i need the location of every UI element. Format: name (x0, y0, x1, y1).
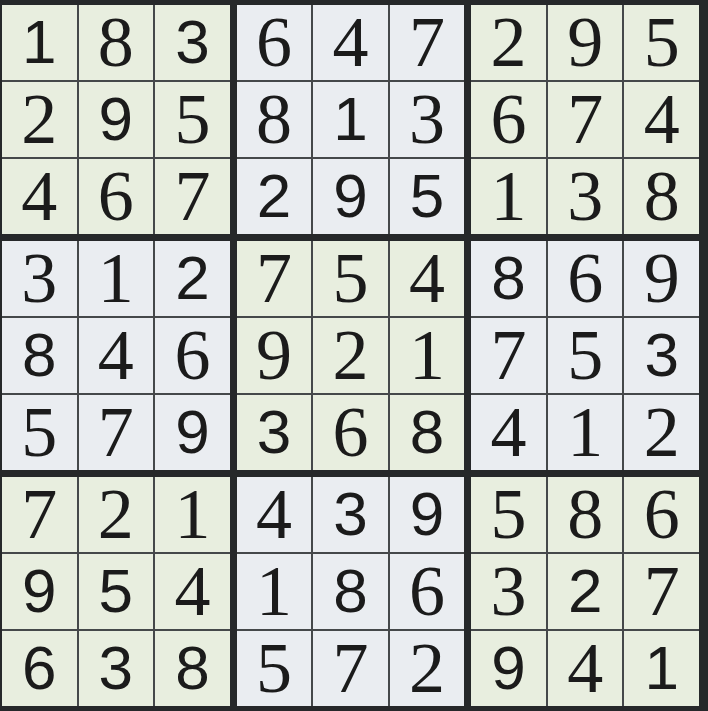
cell-r1c7-solution: 2 (471, 5, 546, 80)
cell-r2c8-solution: 7 (548, 82, 623, 157)
cell-r4c2-solution: 1 (79, 241, 154, 316)
cell-r9c3-given: 8 (155, 631, 230, 706)
cell-r7c9-solution: 6 (624, 477, 699, 552)
cell-r7c1-solution: 7 (2, 477, 77, 552)
cell-r9c9-given: 1 (624, 631, 699, 706)
cell-digit: 7 (491, 319, 527, 391)
cell-r8c4-solution: 1 (237, 554, 312, 629)
cell-digit: 6 (332, 396, 368, 468)
cell-r4c6-solution: 4 (390, 241, 465, 316)
cell-r6c7-solution: 4 (471, 395, 546, 470)
cell-digit: 3 (99, 637, 133, 699)
cell-digit: 9 (567, 6, 603, 78)
scanned-sudoku-page: 1832954676478132952956741383128465797549… (0, 0, 708, 711)
cell-digit: 2 (409, 632, 445, 704)
cell-r8c7-solution: 3 (471, 554, 546, 629)
cell-digit: 9 (175, 401, 209, 463)
cell-digit: 1 (409, 319, 445, 391)
cell-digit: 7 (98, 396, 134, 468)
cell-r2c6-solution: 3 (390, 82, 465, 157)
cell-r5c9-given: 3 (624, 318, 699, 393)
cell-r7c5-given: 3 (313, 477, 388, 552)
cell-digit: 2 (98, 478, 134, 550)
cell-digit: 4 (332, 6, 368, 78)
cell-digit: 1 (491, 160, 527, 232)
cell-digit: 6 (174, 319, 210, 391)
cell-digit: 1 (567, 396, 603, 468)
cell-digit: 3 (644, 324, 678, 386)
cell-digit: 4 (98, 319, 134, 391)
cell-r4c8-solution: 6 (548, 241, 623, 316)
cell-r2c7-solution: 6 (471, 82, 546, 157)
cell-r5c6-solution: 1 (390, 318, 465, 393)
cell-digit: 7 (332, 632, 368, 704)
block-r1c1: 183295467 (2, 5, 230, 234)
cell-digit: 4 (256, 478, 292, 550)
cell-r6c1-solution: 5 (2, 395, 77, 470)
block-r3c3: 586327941 (471, 477, 699, 706)
cell-digit: 6 (491, 83, 527, 155)
cell-r3c7-solution: 1 (471, 159, 546, 234)
cell-digit: 7 (256, 242, 292, 314)
sudoku-board: 1832954676478132952956741383128465797549… (2, 5, 699, 706)
cell-r9c7-given: 9 (471, 631, 546, 706)
cell-digit: 1 (98, 242, 134, 314)
cell-r7c7-solution: 5 (471, 477, 546, 552)
cell-digit: 8 (410, 401, 444, 463)
cell-r3c2-solution: 6 (79, 159, 154, 234)
block-r2c2: 754921368 (237, 241, 465, 470)
cell-r2c1-solution: 2 (2, 82, 77, 157)
cell-r3c3-solution: 7 (155, 159, 230, 234)
cell-r8c8-given: 2 (548, 554, 623, 629)
cell-r5c4-solution: 9 (237, 318, 312, 393)
cell-digit: 5 (491, 478, 527, 550)
cell-r6c4-given: 3 (237, 395, 312, 470)
cell-r5c2-solution: 4 (79, 318, 154, 393)
cell-r1c6-solution: 7 (390, 5, 465, 80)
cell-r8c5-given: 8 (313, 554, 388, 629)
cell-digit: 2 (491, 6, 527, 78)
cell-r1c9-solution: 5 (624, 5, 699, 80)
cell-digit: 8 (175, 637, 209, 699)
cell-r8c3-solution: 4 (155, 554, 230, 629)
cell-r2c9-solution: 4 (624, 82, 699, 157)
cell-r3c9-solution: 8 (624, 159, 699, 234)
cell-digit: 1 (22, 11, 56, 73)
cell-digit: 2 (568, 560, 602, 622)
cell-digit: 8 (256, 83, 292, 155)
cell-r9c5-solution: 7 (313, 631, 388, 706)
cell-r6c2-solution: 7 (79, 395, 154, 470)
cell-digit: 3 (257, 401, 291, 463)
cell-digit: 7 (644, 555, 680, 627)
cell-digit: 8 (22, 324, 56, 386)
cell-r4c3-given: 2 (155, 241, 230, 316)
cell-digit: 5 (21, 396, 57, 468)
cell-r6c6-given: 8 (390, 395, 465, 470)
cell-r5c8-solution: 5 (548, 318, 623, 393)
cell-r2c5-given: 1 (313, 82, 388, 157)
cell-r4c7-given: 8 (471, 241, 546, 316)
cell-r9c1-given: 6 (2, 631, 77, 706)
block-r1c3: 295674138 (471, 5, 699, 234)
cell-digit: 9 (22, 560, 56, 622)
cell-digit: 5 (256, 632, 292, 704)
cell-digit: 7 (174, 160, 210, 232)
cell-digit: 5 (567, 319, 603, 391)
cell-r7c6-given: 9 (390, 477, 465, 552)
cell-digit: 5 (332, 242, 368, 314)
cell-digit: 7 (567, 83, 603, 155)
cell-digit: 3 (409, 83, 445, 155)
block-r3c2: 439186572 (237, 477, 465, 706)
cell-r1c2-solution: 8 (79, 5, 154, 80)
cell-r4c5-solution: 5 (313, 241, 388, 316)
cell-r3c4-given: 2 (237, 159, 312, 234)
cell-digit: 7 (409, 6, 445, 78)
block-r2c3: 869753412 (471, 241, 699, 470)
cell-digit: 3 (333, 483, 367, 545)
cell-r9c8-solution: 4 (548, 631, 623, 706)
board-frame: 1832954676478132952956741383128465797549… (0, 0, 708, 711)
cell-r4c9-solution: 9 (624, 241, 699, 316)
cell-r4c4-solution: 7 (237, 241, 312, 316)
cell-r7c8-solution: 8 (548, 477, 623, 552)
cell-r6c3-given: 9 (155, 395, 230, 470)
cell-r7c3-solution: 1 (155, 477, 230, 552)
cell-digit: 4 (21, 160, 57, 232)
cell-digit: 8 (491, 247, 525, 309)
cell-digit: 9 (491, 637, 525, 699)
cell-r6c9-solution: 2 (624, 395, 699, 470)
cell-r1c1-given: 1 (2, 5, 77, 80)
cell-digit: 4 (644, 83, 680, 155)
cell-digit: 9 (256, 319, 292, 391)
cell-digit: 8 (98, 6, 134, 78)
cell-digit: 5 (410, 165, 444, 227)
cell-r8c9-solution: 7 (624, 554, 699, 629)
cell-digit: 5 (174, 83, 210, 155)
cell-r2c3-solution: 5 (155, 82, 230, 157)
cell-digit: 6 (256, 6, 292, 78)
cell-digit: 4 (174, 555, 210, 627)
cell-r3c1-solution: 4 (2, 159, 77, 234)
cell-digit: 3 (491, 555, 527, 627)
block-r3c1: 721954638 (2, 477, 230, 706)
cell-digit: 4 (409, 242, 445, 314)
cell-digit: 6 (644, 478, 680, 550)
cell-r8c1-given: 9 (2, 554, 77, 629)
cell-r6c5-solution: 6 (313, 395, 388, 470)
cell-digit: 8 (644, 160, 680, 232)
cell-r4c1-solution: 3 (2, 241, 77, 316)
cell-r5c1-given: 8 (2, 318, 77, 393)
cell-r9c2-given: 3 (79, 631, 154, 706)
cell-r2c4-solution: 8 (237, 82, 312, 157)
cell-r5c7-solution: 7 (471, 318, 546, 393)
cell-digit: 9 (644, 242, 680, 314)
cell-digit: 6 (22, 637, 56, 699)
cell-r5c5-solution: 2 (313, 318, 388, 393)
cell-r2c2-given: 9 (79, 82, 154, 157)
cell-r3c6-given: 5 (390, 159, 465, 234)
cell-digit: 9 (410, 483, 444, 545)
cell-r9c4-solution: 5 (237, 631, 312, 706)
cell-digit: 3 (175, 11, 209, 73)
cell-r1c5-solution: 4 (313, 5, 388, 80)
cell-digit: 1 (174, 478, 210, 550)
cell-r7c2-solution: 2 (79, 477, 154, 552)
cell-r3c8-solution: 3 (548, 159, 623, 234)
cell-r7c4-solution: 4 (237, 477, 312, 552)
cell-digit: 2 (21, 83, 57, 155)
cell-r8c2-given: 5 (79, 554, 154, 629)
cell-digit: 4 (567, 632, 603, 704)
cell-digit: 7 (21, 478, 57, 550)
cell-digit: 1 (333, 88, 367, 150)
cell-r1c3-given: 3 (155, 5, 230, 80)
cell-digit: 2 (644, 396, 680, 468)
cell-digit: 8 (333, 560, 367, 622)
cell-r5c3-solution: 6 (155, 318, 230, 393)
cell-digit: 6 (567, 242, 603, 314)
cell-digit: 6 (409, 555, 445, 627)
cell-digit: 3 (567, 160, 603, 232)
block-r1c2: 647813295 (237, 5, 465, 234)
cell-r9c6-solution: 2 (390, 631, 465, 706)
cell-digit: 5 (644, 6, 680, 78)
cell-digit: 8 (567, 478, 603, 550)
cell-digit: 2 (332, 319, 368, 391)
cell-r1c4-solution: 6 (237, 5, 312, 80)
cell-digit: 3 (21, 242, 57, 314)
cell-digit: 2 (257, 165, 291, 227)
cell-digit: 2 (175, 247, 209, 309)
cell-digit: 6 (98, 160, 134, 232)
cell-r6c8-solution: 1 (548, 395, 623, 470)
cell-digit: 1 (644, 637, 678, 699)
cell-digit: 5 (99, 560, 133, 622)
cell-digit: 9 (99, 88, 133, 150)
cell-r3c5-given: 9 (313, 159, 388, 234)
cell-r8c6-solution: 6 (390, 554, 465, 629)
block-r2c1: 312846579 (2, 241, 230, 470)
cell-digit: 1 (256, 555, 292, 627)
cell-digit: 4 (491, 396, 527, 468)
cell-r1c8-solution: 9 (548, 5, 623, 80)
cell-digit: 9 (333, 165, 367, 227)
